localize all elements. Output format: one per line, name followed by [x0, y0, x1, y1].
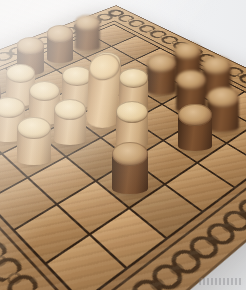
- watermark: [199, 278, 243, 285]
- piece-attacker[interactable]: [47, 25, 73, 62]
- piece-top-face: [62, 66, 92, 85]
- piece-defender[interactable]: [116, 101, 149, 148]
- piece-top-face: [207, 87, 239, 108]
- piece-attacker[interactable]: [147, 54, 176, 95]
- piece-attacker[interactable]: [112, 142, 148, 194]
- piece-top-face: [178, 104, 211, 126]
- piece-top-face: [119, 68, 149, 88]
- piece-top-face: [174, 42, 202, 60]
- piece-attacker[interactable]: [75, 15, 100, 51]
- piece-top-face: [116, 101, 149, 123]
- piece-attacker[interactable]: [207, 87, 239, 133]
- piece-top-face: [176, 70, 206, 90]
- piece-defender[interactable]: [54, 99, 86, 145]
- piece-top-face: [17, 117, 51, 139]
- piece-top-face: [147, 54, 176, 73]
- photo-stage: [0, 0, 246, 290]
- piece-top-face: [47, 25, 73, 42]
- piece-top-face: [17, 37, 44, 55]
- piece-attacker[interactable]: [178, 104, 211, 151]
- piece-defender[interactable]: [17, 117, 51, 165]
- piece-top-face: [29, 81, 60, 101]
